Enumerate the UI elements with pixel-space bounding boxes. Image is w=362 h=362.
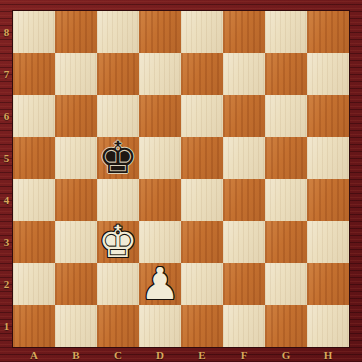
square-d6[interactable]	[139, 95, 181, 137]
square-f7[interactable]	[223, 53, 265, 95]
file-labels: ABCDEFGH	[13, 347, 349, 362]
square-g3[interactable]	[265, 221, 307, 263]
square-b7[interactable]	[55, 53, 97, 95]
square-h5[interactable]	[307, 137, 349, 179]
square-e3[interactable]	[181, 221, 223, 263]
rank-label: 5	[4, 152, 10, 164]
square-b2[interactable]	[55, 263, 97, 305]
rank-label: 4	[4, 194, 10, 206]
square-d2[interactable]: ♟	[139, 263, 181, 305]
square-c4[interactable]	[97, 179, 139, 221]
square-a3[interactable]	[13, 221, 55, 263]
square-e8[interactable]	[181, 11, 223, 53]
square-d1[interactable]	[139, 305, 181, 347]
square-g8[interactable]	[265, 11, 307, 53]
square-e2[interactable]	[181, 263, 223, 305]
square-g2[interactable]	[265, 263, 307, 305]
square-e1[interactable]	[181, 305, 223, 347]
square-e5[interactable]	[181, 137, 223, 179]
square-d5[interactable]	[139, 137, 181, 179]
file-label: D	[156, 349, 164, 361]
square-b4[interactable]	[55, 179, 97, 221]
square-a6[interactable]	[13, 95, 55, 137]
square-d4[interactable]	[139, 179, 181, 221]
file-label: F	[241, 349, 248, 361]
white-pawn[interactable]: ♟	[139, 263, 181, 305]
square-e7[interactable]	[181, 53, 223, 95]
square-a4[interactable]	[13, 179, 55, 221]
chess-board: ♚♚♟	[13, 11, 349, 347]
rank-label: 7	[4, 68, 10, 80]
square-f3[interactable]	[223, 221, 265, 263]
square-c7[interactable]	[97, 53, 139, 95]
square-e4[interactable]	[181, 179, 223, 221]
square-h6[interactable]	[307, 95, 349, 137]
square-f2[interactable]	[223, 263, 265, 305]
file-label: A	[30, 349, 38, 361]
square-b8[interactable]	[55, 11, 97, 53]
square-h1[interactable]	[307, 305, 349, 347]
square-h3[interactable]	[307, 221, 349, 263]
black-king[interactable]: ♚	[97, 137, 139, 179]
rank-label: 3	[4, 236, 10, 248]
square-h4[interactable]	[307, 179, 349, 221]
square-c8[interactable]	[97, 11, 139, 53]
chess-board-frame: 87654321 ♚♚♟ ABCDEFGH	[0, 0, 362, 362]
square-a1[interactable]	[13, 305, 55, 347]
square-h8[interactable]	[307, 11, 349, 53]
square-a7[interactable]	[13, 53, 55, 95]
file-label: C	[114, 349, 122, 361]
square-b5[interactable]	[55, 137, 97, 179]
square-c2[interactable]	[97, 263, 139, 305]
white-king[interactable]: ♚	[97, 221, 139, 263]
square-a8[interactable]	[13, 11, 55, 53]
square-d8[interactable]	[139, 11, 181, 53]
file-label: B	[72, 349, 79, 361]
square-g1[interactable]	[265, 305, 307, 347]
square-f1[interactable]	[223, 305, 265, 347]
square-h7[interactable]	[307, 53, 349, 95]
rank-labels: 87654321	[0, 11, 13, 347]
file-label: E	[198, 349, 205, 361]
square-c6[interactable]	[97, 95, 139, 137]
rank-label: 6	[4, 110, 10, 122]
square-d7[interactable]	[139, 53, 181, 95]
square-c1[interactable]	[97, 305, 139, 347]
square-f5[interactable]	[223, 137, 265, 179]
square-b1[interactable]	[55, 305, 97, 347]
square-a5[interactable]	[13, 137, 55, 179]
file-label: G	[282, 349, 291, 361]
rank-label: 2	[4, 278, 10, 290]
file-label: H	[324, 349, 333, 361]
square-g6[interactable]	[265, 95, 307, 137]
square-a2[interactable]	[13, 263, 55, 305]
square-b3[interactable]	[55, 221, 97, 263]
square-g4[interactable]	[265, 179, 307, 221]
square-c3[interactable]: ♚	[97, 221, 139, 263]
square-f8[interactable]	[223, 11, 265, 53]
square-f6[interactable]	[223, 95, 265, 137]
rank-label: 8	[4, 26, 10, 38]
square-g7[interactable]	[265, 53, 307, 95]
square-d3[interactable]	[139, 221, 181, 263]
square-g5[interactable]	[265, 137, 307, 179]
square-c5[interactable]: ♚	[97, 137, 139, 179]
rank-label: 1	[4, 320, 10, 332]
square-f4[interactable]	[223, 179, 265, 221]
square-e6[interactable]	[181, 95, 223, 137]
square-b6[interactable]	[55, 95, 97, 137]
square-h2[interactable]	[307, 263, 349, 305]
